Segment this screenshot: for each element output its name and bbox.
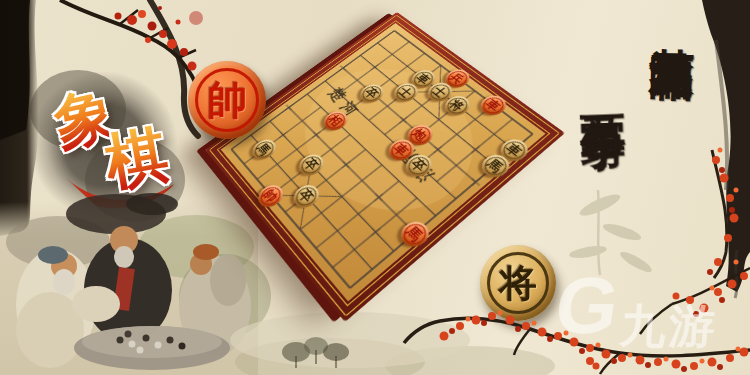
decor-piece-red-general: 帥 [188,61,266,139]
piece-glyph: 士 [431,84,450,99]
xiangqi-piece-black-15[interactable]: 卒 [295,150,328,179]
piece-glyph: 馬 [485,157,506,175]
piece-glyph: 相 [327,113,345,128]
banner-root: 楚河 漢界 帥相兵車炮車馬車士士将卒車馬馬卒卒卒 帥 将 象 象 棋 棋 楚河汉… [0,0,750,375]
xiangqi-piece-red-3[interactable]: 車 [476,91,511,118]
piece-glyph: 士 [397,85,415,99]
xiangqi-piece-black-14[interactable]: 馬 [248,136,279,164]
piece-glyph: 車 [392,141,411,157]
piece-glyph: 兵 [449,71,468,85]
xiangqi-piece-black-16[interactable]: 卒 [289,181,323,212]
piece-glyph: 卒 [363,86,381,100]
logo-char-fill: 棋 [101,123,173,195]
piece-glyph: 卒 [302,156,321,172]
piece-glyph: 将 [448,97,467,112]
xiangqi-logo: 象 象 棋 棋 [46,74,189,217]
xiangqi-piece-red-0[interactable]: 帥 [254,180,287,211]
site-watermark: G 九游 [556,270,718,358]
ink-painting-figures [0,193,271,375]
red-general-glyph: 帥 [207,73,247,128]
piece-glyph: 炮 [411,126,430,142]
piece-glyph: 馬 [255,141,273,157]
watermark-g-mark: G [551,270,623,342]
xiangqi-piece-red-6[interactable]: 馬 [396,216,434,251]
piece-glyph: 馬 [405,223,426,243]
piece-glyph: 卒 [297,187,316,205]
piece-glyph: 帥 [262,186,281,203]
slogan-column-right: 楚河汉界相隔 [642,12,697,313]
piece-glyph: 卒 [409,156,429,173]
piece-glyph: 車 [484,97,504,112]
piece-glyph: 車 [504,141,525,158]
watermark-text: 九游 [618,296,720,358]
logo-char-qi: 棋 棋 [101,123,173,195]
xiangqi-piece-black-11[interactable]: 卒 [356,80,388,105]
piece-glyph: 車 [415,71,433,85]
